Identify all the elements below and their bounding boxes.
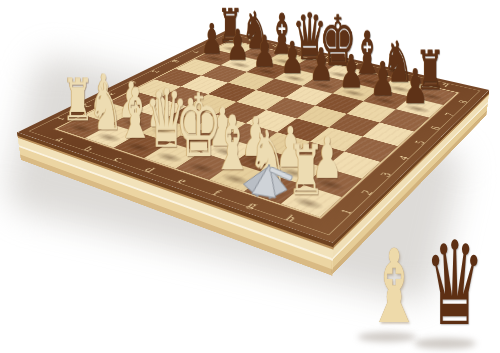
black-pawn-f7[interactable]: ♟ (339, 48, 364, 94)
black-pawn-e7[interactable]: ♟ (310, 42, 334, 87)
metal-clasp-icon (234, 155, 297, 210)
rank-label: 8 (442, 94, 484, 109)
product-photo-stage: abcdefgh abcdefgh 87654321 87654321 ♜♞♝♛… (0, 0, 500, 353)
chess-board-box: abcdefgh abcdefgh 87654321 87654321 ♜♞♝♛… (18, 31, 490, 243)
black-pawn-h7[interactable]: ♟ (403, 62, 429, 110)
loose-white-bishop[interactable]: ♝ (366, 236, 411, 338)
black-pawn-d7[interactable]: ♟ (281, 35, 305, 79)
black-pawn-g7[interactable]: ♟ (371, 55, 396, 102)
black-pawn-c7[interactable]: ♟ (253, 29, 276, 72)
loose-black-queen[interactable]: ♛ (424, 226, 469, 342)
board-top-surface: abcdefgh abcdefgh 87654321 87654321 ♜♞♝♛… (18, 31, 490, 243)
black-pawn-b7[interactable]: ♟ (227, 23, 250, 66)
